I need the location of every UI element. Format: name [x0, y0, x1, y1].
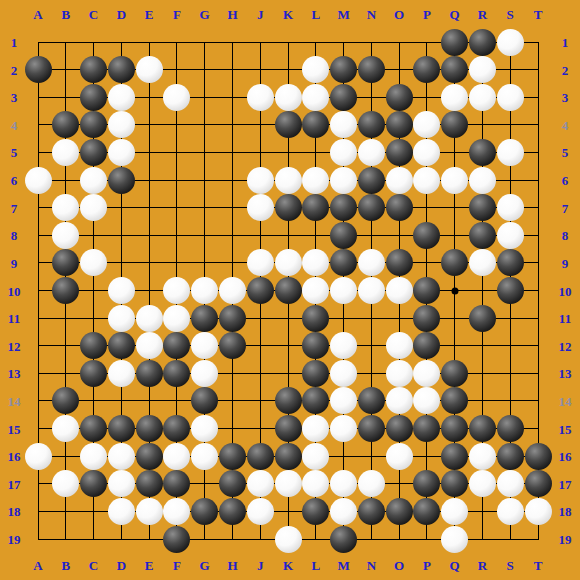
intersection[interactable] [524, 166, 552, 194]
intersection[interactable] [246, 359, 274, 387]
intersection[interactable] [385, 111, 413, 139]
intersection[interactable] [385, 442, 413, 470]
intersection[interactable] [274, 111, 302, 139]
intersection[interactable] [385, 166, 413, 194]
intersection[interactable] [107, 56, 135, 84]
intersection[interactable] [496, 138, 524, 166]
intersection[interactable] [413, 249, 441, 277]
intersection[interactable] [524, 221, 552, 249]
intersection[interactable] [107, 442, 135, 470]
intersection[interactable] [218, 442, 246, 470]
intersection[interactable] [330, 470, 358, 498]
intersection[interactable] [413, 332, 441, 360]
intersection[interactable] [441, 332, 469, 360]
intersection[interactable] [357, 56, 385, 84]
intersection[interactable] [330, 194, 358, 222]
intersection[interactable] [135, 470, 163, 498]
intersection[interactable] [496, 249, 524, 277]
intersection[interactable] [163, 83, 191, 111]
intersection[interactable] [52, 387, 80, 415]
intersection[interactable] [52, 28, 80, 56]
intersection[interactable] [218, 277, 246, 305]
intersection[interactable] [496, 525, 524, 553]
intersection[interactable] [218, 415, 246, 443]
intersection[interactable] [413, 497, 441, 525]
intersection[interactable] [218, 111, 246, 139]
intersection[interactable] [468, 166, 496, 194]
intersection[interactable] [191, 387, 219, 415]
intersection[interactable] [274, 525, 302, 553]
intersection[interactable] [357, 138, 385, 166]
intersection[interactable] [330, 304, 358, 332]
intersection[interactable] [191, 442, 219, 470]
intersection[interactable] [218, 56, 246, 84]
intersection[interactable] [191, 83, 219, 111]
intersection[interactable] [385, 525, 413, 553]
intersection[interactable] [496, 304, 524, 332]
intersection[interactable] [302, 359, 330, 387]
intersection[interactable] [246, 415, 274, 443]
intersection[interactable] [218, 359, 246, 387]
intersection[interactable] [80, 221, 108, 249]
intersection[interactable] [246, 166, 274, 194]
intersection[interactable] [246, 194, 274, 222]
intersection[interactable] [135, 221, 163, 249]
intersection[interactable] [163, 415, 191, 443]
intersection[interactable] [80, 387, 108, 415]
intersection[interactable] [107, 277, 135, 305]
intersection[interactable] [218, 525, 246, 553]
intersection[interactable] [357, 332, 385, 360]
intersection[interactable] [302, 332, 330, 360]
intersection[interactable] [218, 249, 246, 277]
intersection[interactable] [24, 56, 52, 84]
intersection[interactable] [385, 249, 413, 277]
intersection[interactable] [163, 249, 191, 277]
intersection[interactable] [468, 28, 496, 56]
intersection[interactable] [413, 442, 441, 470]
intersection[interactable] [163, 332, 191, 360]
intersection[interactable] [302, 525, 330, 553]
intersection[interactable] [274, 387, 302, 415]
intersection[interactable] [191, 497, 219, 525]
intersection[interactable] [330, 332, 358, 360]
intersection[interactable] [246, 111, 274, 139]
intersection[interactable] [468, 221, 496, 249]
intersection[interactable] [274, 83, 302, 111]
intersection[interactable] [496, 111, 524, 139]
intersection[interactable] [246, 525, 274, 553]
intersection[interactable] [524, 470, 552, 498]
intersection[interactable] [52, 221, 80, 249]
intersection[interactable] [441, 304, 469, 332]
intersection[interactable] [441, 111, 469, 139]
intersection[interactable] [385, 138, 413, 166]
intersection[interactable] [496, 221, 524, 249]
intersection[interactable] [357, 497, 385, 525]
intersection[interactable] [246, 221, 274, 249]
intersection[interactable] [441, 166, 469, 194]
intersection[interactable] [80, 138, 108, 166]
intersection[interactable] [24, 525, 52, 553]
intersection[interactable] [135, 332, 163, 360]
intersection[interactable] [135, 194, 163, 222]
intersection[interactable] [52, 111, 80, 139]
intersection[interactable] [52, 470, 80, 498]
intersection[interactable] [385, 359, 413, 387]
intersection[interactable] [357, 470, 385, 498]
intersection[interactable] [163, 194, 191, 222]
intersection[interactable] [385, 221, 413, 249]
intersection[interactable] [107, 470, 135, 498]
intersection[interactable] [302, 56, 330, 84]
intersection[interactable] [357, 221, 385, 249]
intersection[interactable] [468, 56, 496, 84]
intersection[interactable] [52, 304, 80, 332]
intersection[interactable] [413, 166, 441, 194]
intersection[interactable] [524, 359, 552, 387]
intersection[interactable] [163, 221, 191, 249]
intersection[interactable] [413, 359, 441, 387]
intersection[interactable] [413, 83, 441, 111]
intersection[interactable] [24, 138, 52, 166]
intersection[interactable] [330, 249, 358, 277]
intersection[interactable] [330, 166, 358, 194]
intersection[interactable] [357, 277, 385, 305]
intersection[interactable] [496, 56, 524, 84]
intersection[interactable] [218, 497, 246, 525]
intersection[interactable] [496, 387, 524, 415]
intersection[interactable] [163, 166, 191, 194]
intersection[interactable] [330, 497, 358, 525]
intersection[interactable] [24, 83, 52, 111]
intersection[interactable] [274, 442, 302, 470]
intersection[interactable] [385, 387, 413, 415]
intersection[interactable] [302, 442, 330, 470]
intersection[interactable] [524, 249, 552, 277]
intersection[interactable] [135, 166, 163, 194]
intersection[interactable] [524, 442, 552, 470]
intersection[interactable] [274, 415, 302, 443]
intersection[interactable] [80, 111, 108, 139]
intersection[interactable] [52, 194, 80, 222]
intersection[interactable] [107, 332, 135, 360]
intersection[interactable] [24, 249, 52, 277]
intersection[interactable] [80, 277, 108, 305]
intersection[interactable] [385, 332, 413, 360]
intersection[interactable] [385, 497, 413, 525]
intersection[interactable] [191, 277, 219, 305]
intersection[interactable] [274, 497, 302, 525]
intersection[interactable] [468, 387, 496, 415]
intersection[interactable] [413, 138, 441, 166]
intersection[interactable] [302, 415, 330, 443]
intersection[interactable] [107, 138, 135, 166]
intersection[interactable] [218, 387, 246, 415]
intersection[interactable] [135, 525, 163, 553]
intersection[interactable] [330, 28, 358, 56]
intersection[interactable] [246, 138, 274, 166]
intersection[interactable] [357, 304, 385, 332]
intersection[interactable] [413, 277, 441, 305]
intersection[interactable] [135, 304, 163, 332]
intersection[interactable] [135, 277, 163, 305]
intersection[interactable] [468, 359, 496, 387]
intersection[interactable] [246, 249, 274, 277]
intersection[interactable] [163, 442, 191, 470]
intersection[interactable] [524, 304, 552, 332]
intersection[interactable] [24, 166, 52, 194]
intersection[interactable] [163, 138, 191, 166]
intersection[interactable] [218, 332, 246, 360]
intersection[interactable] [52, 415, 80, 443]
intersection[interactable] [80, 442, 108, 470]
intersection[interactable] [80, 470, 108, 498]
intersection[interactable] [441, 83, 469, 111]
intersection[interactable] [163, 56, 191, 84]
intersection[interactable] [357, 415, 385, 443]
intersection[interactable] [468, 497, 496, 525]
intersection[interactable] [385, 83, 413, 111]
intersection[interactable] [24, 221, 52, 249]
intersection[interactable] [24, 111, 52, 139]
intersection[interactable] [524, 138, 552, 166]
intersection[interactable] [441, 277, 469, 305]
intersection[interactable] [80, 332, 108, 360]
intersection[interactable] [302, 83, 330, 111]
intersection[interactable] [135, 56, 163, 84]
intersection[interactable] [107, 249, 135, 277]
intersection[interactable] [191, 359, 219, 387]
intersection[interactable] [52, 138, 80, 166]
intersection[interactable] [163, 497, 191, 525]
intersection[interactable] [191, 332, 219, 360]
intersection[interactable] [524, 497, 552, 525]
intersection[interactable] [468, 277, 496, 305]
intersection[interactable] [191, 28, 219, 56]
intersection[interactable] [413, 111, 441, 139]
intersection[interactable] [413, 194, 441, 222]
intersection[interactable] [52, 332, 80, 360]
intersection[interactable] [274, 166, 302, 194]
intersection[interactable] [163, 525, 191, 553]
intersection[interactable] [218, 28, 246, 56]
intersection[interactable] [107, 387, 135, 415]
intersection[interactable] [246, 387, 274, 415]
intersection[interactable] [163, 359, 191, 387]
intersection[interactable] [246, 497, 274, 525]
intersection[interactable] [274, 359, 302, 387]
intersection[interactable] [24, 415, 52, 443]
intersection[interactable] [357, 525, 385, 553]
intersection[interactable] [135, 28, 163, 56]
intersection[interactable] [357, 249, 385, 277]
intersection[interactable] [330, 83, 358, 111]
intersection[interactable] [441, 194, 469, 222]
intersection[interactable] [246, 470, 274, 498]
intersection[interactable] [496, 470, 524, 498]
intersection[interactable] [218, 83, 246, 111]
intersection[interactable] [468, 442, 496, 470]
intersection[interactable] [191, 304, 219, 332]
intersection[interactable] [274, 277, 302, 305]
intersection[interactable] [80, 359, 108, 387]
intersection[interactable] [302, 28, 330, 56]
intersection[interactable] [385, 304, 413, 332]
intersection[interactable] [302, 304, 330, 332]
intersection[interactable] [191, 166, 219, 194]
intersection[interactable] [107, 28, 135, 56]
intersection[interactable] [330, 415, 358, 443]
intersection[interactable] [274, 194, 302, 222]
intersection[interactable] [496, 442, 524, 470]
intersection[interactable] [413, 221, 441, 249]
intersection[interactable] [191, 111, 219, 139]
intersection[interactable] [274, 304, 302, 332]
intersection[interactable] [163, 470, 191, 498]
intersection[interactable] [107, 221, 135, 249]
intersection[interactable] [330, 138, 358, 166]
intersection[interactable] [524, 83, 552, 111]
intersection[interactable] [24, 359, 52, 387]
intersection[interactable] [80, 28, 108, 56]
intersection[interactable] [441, 470, 469, 498]
intersection[interactable] [163, 28, 191, 56]
intersection[interactable] [441, 387, 469, 415]
intersection[interactable] [524, 387, 552, 415]
intersection[interactable] [191, 525, 219, 553]
intersection[interactable] [246, 304, 274, 332]
intersection[interactable] [357, 194, 385, 222]
intersection[interactable] [441, 138, 469, 166]
intersection[interactable] [302, 138, 330, 166]
intersection[interactable] [357, 28, 385, 56]
intersection[interactable] [468, 194, 496, 222]
intersection[interactable] [80, 56, 108, 84]
intersection[interactable] [52, 525, 80, 553]
intersection[interactable] [524, 415, 552, 443]
intersection[interactable] [468, 304, 496, 332]
intersection[interactable] [135, 359, 163, 387]
intersection[interactable] [107, 83, 135, 111]
intersection[interactable] [191, 249, 219, 277]
intersection[interactable] [163, 277, 191, 305]
intersection[interactable] [163, 387, 191, 415]
intersection[interactable] [357, 83, 385, 111]
intersection[interactable] [357, 359, 385, 387]
intersection[interactable] [413, 525, 441, 553]
intersection[interactable] [246, 56, 274, 84]
intersection[interactable] [468, 332, 496, 360]
intersection[interactable] [218, 304, 246, 332]
intersection[interactable] [468, 83, 496, 111]
intersection[interactable] [524, 56, 552, 84]
intersection[interactable] [413, 28, 441, 56]
intersection[interactable] [330, 56, 358, 84]
intersection[interactable] [385, 194, 413, 222]
intersection[interactable] [330, 221, 358, 249]
intersection[interactable] [274, 332, 302, 360]
intersection[interactable] [413, 304, 441, 332]
intersection[interactable] [24, 277, 52, 305]
intersection[interactable] [302, 111, 330, 139]
intersection[interactable] [191, 138, 219, 166]
intersection[interactable] [52, 249, 80, 277]
intersection[interactable] [107, 111, 135, 139]
intersection[interactable] [80, 194, 108, 222]
intersection[interactable] [441, 359, 469, 387]
intersection[interactable] [52, 359, 80, 387]
intersection[interactable] [24, 304, 52, 332]
intersection[interactable] [385, 56, 413, 84]
intersection[interactable] [191, 56, 219, 84]
intersection[interactable] [135, 249, 163, 277]
intersection[interactable] [441, 249, 469, 277]
intersection[interactable] [218, 194, 246, 222]
intersection[interactable] [468, 470, 496, 498]
intersection[interactable] [330, 525, 358, 553]
intersection[interactable] [441, 221, 469, 249]
intersection[interactable] [524, 332, 552, 360]
intersection[interactable] [413, 387, 441, 415]
intersection[interactable] [135, 415, 163, 443]
intersection[interactable] [274, 138, 302, 166]
intersection[interactable] [302, 249, 330, 277]
intersection[interactable] [107, 415, 135, 443]
intersection[interactable] [274, 221, 302, 249]
intersection[interactable] [302, 497, 330, 525]
intersection[interactable] [135, 442, 163, 470]
intersection[interactable] [302, 470, 330, 498]
intersection[interactable] [385, 277, 413, 305]
intersection[interactable] [191, 221, 219, 249]
intersection[interactable] [24, 194, 52, 222]
intersection[interactable] [80, 415, 108, 443]
intersection[interactable] [524, 111, 552, 139]
intersection[interactable] [24, 470, 52, 498]
intersection[interactable] [468, 111, 496, 139]
intersection[interactable] [80, 249, 108, 277]
intersection[interactable] [274, 470, 302, 498]
intersection[interactable] [496, 497, 524, 525]
intersection[interactable] [80, 166, 108, 194]
intersection[interactable] [274, 28, 302, 56]
intersection[interactable] [496, 359, 524, 387]
intersection[interactable] [357, 166, 385, 194]
intersection[interactable] [107, 359, 135, 387]
intersection[interactable] [330, 111, 358, 139]
intersection[interactable] [107, 304, 135, 332]
intersection[interactable] [24, 28, 52, 56]
intersection[interactable] [496, 83, 524, 111]
intersection[interactable] [218, 470, 246, 498]
intersection[interactable] [468, 525, 496, 553]
intersection[interactable] [107, 194, 135, 222]
intersection[interactable] [52, 497, 80, 525]
intersection[interactable] [385, 470, 413, 498]
intersection[interactable] [246, 277, 274, 305]
intersection[interactable] [330, 387, 358, 415]
intersection[interactable] [80, 497, 108, 525]
intersection[interactable] [496, 28, 524, 56]
intersection[interactable] [163, 111, 191, 139]
intersection[interactable] [191, 194, 219, 222]
intersection[interactable] [330, 277, 358, 305]
intersection[interactable] [274, 249, 302, 277]
intersection[interactable] [385, 415, 413, 443]
intersection[interactable] [413, 415, 441, 443]
intersection[interactable] [107, 497, 135, 525]
